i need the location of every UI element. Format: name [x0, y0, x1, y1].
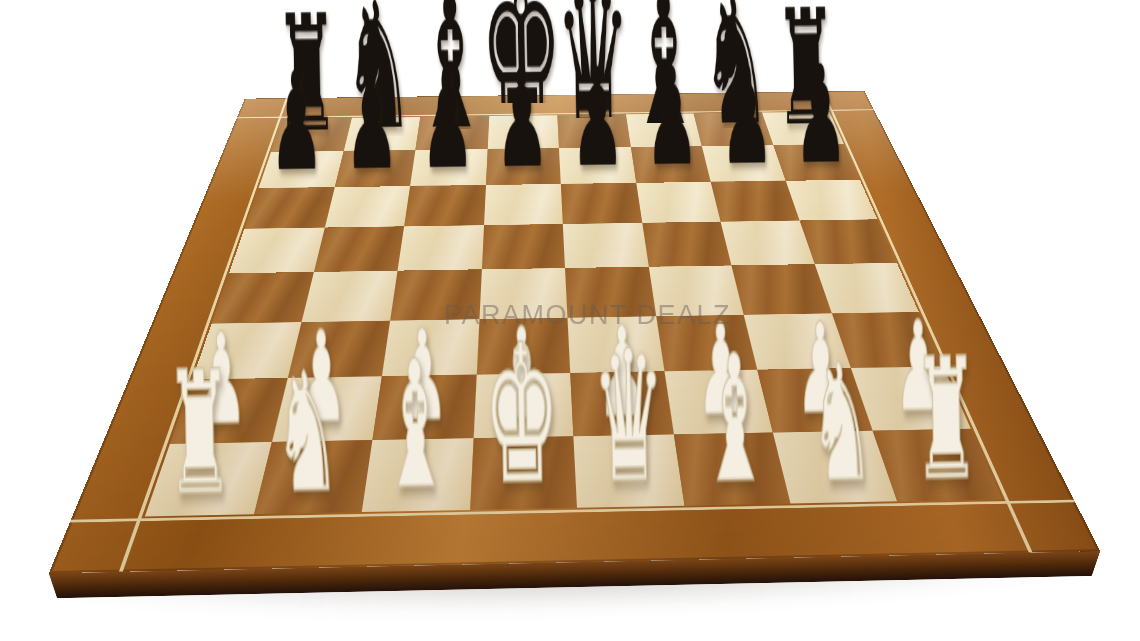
product-photo-scene: ♜♞♝♚♛♝♞♜♟♟♟♟♟♟♟♟♟♟♟♟♟♟♟♟♜♞♝♚♛♝♞♜ PARAMOU… [0, 0, 1140, 641]
white-knight-piece: ♞ [273, 357, 341, 509]
white-knight-piece: ♞ [808, 348, 875, 499]
square [481, 224, 565, 270]
black-pawn-piece: ♟ [569, 56, 625, 181]
square [642, 221, 732, 266]
white-bishop-piece: ♝ [699, 339, 771, 501]
white-rook-piece: ♜ [164, 354, 234, 511]
square [245, 187, 335, 228]
black-pawn-piece: ♟ [494, 57, 550, 183]
black-pawn-piece: ♟ [719, 54, 775, 179]
white-rook-piece: ♜ [912, 342, 980, 497]
square: ♟ [334, 150, 415, 187]
chess-board: ♜♞♝♚♛♝♞♜♟♟♟♟♟♟♟♟♟♟♟♟♟♟♟♟♜♞♝♚♛♝♞♜ [49, 91, 1100, 573]
square [561, 183, 642, 224]
black-pawn-piece: ♟ [644, 55, 700, 180]
board-frame: ♜♞♝♚♛♝♞♜♟♟♟♟♟♟♟♟♟♟♟♟♟♟♟♟♜♞♝♚♛♝♞♜ [49, 91, 1100, 573]
square [721, 220, 815, 265]
black-pawn-piece: ♟ [268, 60, 325, 186]
white-king-piece: ♚ [482, 328, 561, 505]
square: ♟ [702, 145, 786, 182]
black-pawn-piece: ♟ [419, 58, 475, 184]
square: ♟ [630, 146, 710, 183]
white-queen-piece: ♛ [591, 334, 666, 502]
square: ♟ [259, 151, 344, 188]
square: ♛ [573, 434, 684, 508]
white-bishop-piece: ♝ [379, 344, 452, 507]
square [563, 223, 649, 268]
square [313, 226, 404, 272]
square [636, 182, 721, 223]
square [398, 225, 484, 271]
black-pawn-piece: ♟ [344, 59, 400, 185]
black-pawn-piece: ♟ [793, 53, 848, 178]
square [484, 184, 563, 225]
square: ♚ [470, 436, 577, 510]
square [324, 186, 410, 227]
square [711, 181, 799, 222]
watermark-text: PARAMOUNT DEALZ [444, 300, 731, 331]
square: ♝ [362, 438, 473, 512]
square: ♝ [673, 432, 790, 505]
square: ♟ [773, 144, 860, 181]
square: ♞ [254, 440, 373, 515]
square: ♟ [486, 148, 561, 185]
square [404, 185, 485, 226]
square [229, 227, 324, 273]
square: ♟ [410, 149, 487, 186]
square: ♟ [559, 147, 636, 184]
